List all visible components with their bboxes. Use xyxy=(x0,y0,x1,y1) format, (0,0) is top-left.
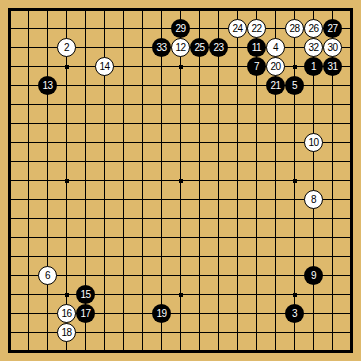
intersection[interactable] xyxy=(247,0,266,19)
intersection[interactable] xyxy=(323,152,342,171)
intersection[interactable] xyxy=(0,38,19,57)
intersection[interactable] xyxy=(190,152,209,171)
intersection[interactable] xyxy=(76,0,95,19)
intersection[interactable] xyxy=(133,304,152,323)
intersection[interactable] xyxy=(38,342,57,361)
intersection[interactable] xyxy=(76,190,95,209)
intersection[interactable] xyxy=(228,342,247,361)
intersection[interactable] xyxy=(133,114,152,133)
intersection[interactable] xyxy=(247,171,266,190)
intersection[interactable] xyxy=(133,76,152,95)
intersection[interactable] xyxy=(133,0,152,19)
intersection[interactable] xyxy=(342,190,361,209)
intersection[interactable] xyxy=(304,323,323,342)
intersection[interactable] xyxy=(266,247,285,266)
intersection[interactable] xyxy=(228,0,247,19)
intersection[interactable] xyxy=(0,228,19,247)
intersection[interactable] xyxy=(76,38,95,57)
intersection[interactable] xyxy=(57,0,76,19)
intersection[interactable] xyxy=(190,247,209,266)
intersection[interactable] xyxy=(190,190,209,209)
intersection[interactable] xyxy=(57,247,76,266)
intersection[interactable] xyxy=(190,209,209,228)
intersection[interactable] xyxy=(57,190,76,209)
intersection[interactable] xyxy=(95,228,114,247)
intersection[interactable] xyxy=(247,323,266,342)
intersection[interactable] xyxy=(171,76,190,95)
intersection[interactable] xyxy=(323,266,342,285)
intersection[interactable] xyxy=(114,247,133,266)
intersection[interactable] xyxy=(0,95,19,114)
intersection[interactable] xyxy=(209,247,228,266)
intersection[interactable] xyxy=(76,133,95,152)
intersection[interactable] xyxy=(285,190,304,209)
intersection[interactable] xyxy=(38,285,57,304)
intersection[interactable] xyxy=(95,209,114,228)
intersection[interactable] xyxy=(190,266,209,285)
intersection[interactable] xyxy=(95,171,114,190)
intersection[interactable] xyxy=(171,228,190,247)
intersection[interactable] xyxy=(95,95,114,114)
intersection[interactable] xyxy=(19,285,38,304)
intersection[interactable] xyxy=(0,133,19,152)
intersection[interactable] xyxy=(152,95,171,114)
intersection[interactable] xyxy=(152,285,171,304)
intersection[interactable] xyxy=(133,190,152,209)
intersection[interactable] xyxy=(171,285,190,304)
intersection[interactable] xyxy=(285,228,304,247)
intersection[interactable] xyxy=(247,152,266,171)
intersection[interactable] xyxy=(266,266,285,285)
intersection[interactable] xyxy=(171,323,190,342)
intersection[interactable] xyxy=(304,247,323,266)
intersection[interactable] xyxy=(0,190,19,209)
intersection[interactable] xyxy=(114,285,133,304)
intersection[interactable] xyxy=(247,228,266,247)
intersection[interactable] xyxy=(266,0,285,19)
intersection[interactable] xyxy=(209,266,228,285)
intersection[interactable] xyxy=(19,38,38,57)
intersection[interactable] xyxy=(171,152,190,171)
intersection[interactable] xyxy=(304,114,323,133)
intersection[interactable] xyxy=(209,171,228,190)
intersection[interactable] xyxy=(95,152,114,171)
intersection[interactable] xyxy=(247,76,266,95)
intersection[interactable] xyxy=(76,228,95,247)
intersection[interactable] xyxy=(323,133,342,152)
intersection[interactable] xyxy=(95,266,114,285)
intersection[interactable] xyxy=(209,114,228,133)
intersection[interactable] xyxy=(323,285,342,304)
intersection[interactable] xyxy=(38,38,57,57)
intersection[interactable] xyxy=(342,323,361,342)
intersection[interactable] xyxy=(247,114,266,133)
intersection[interactable] xyxy=(209,95,228,114)
intersection[interactable] xyxy=(0,114,19,133)
intersection[interactable] xyxy=(209,323,228,342)
intersection[interactable] xyxy=(133,152,152,171)
intersection[interactable] xyxy=(228,228,247,247)
intersection[interactable] xyxy=(76,171,95,190)
intersection[interactable] xyxy=(342,285,361,304)
intersection[interactable] xyxy=(133,95,152,114)
intersection[interactable] xyxy=(247,247,266,266)
intersection[interactable] xyxy=(190,114,209,133)
intersection[interactable] xyxy=(0,209,19,228)
intersection[interactable] xyxy=(114,57,133,76)
intersection[interactable] xyxy=(190,95,209,114)
intersection[interactable] xyxy=(95,304,114,323)
intersection[interactable] xyxy=(171,171,190,190)
intersection[interactable] xyxy=(228,190,247,209)
intersection[interactable] xyxy=(57,114,76,133)
intersection[interactable] xyxy=(342,266,361,285)
intersection[interactable] xyxy=(38,95,57,114)
intersection[interactable] xyxy=(114,95,133,114)
intersection[interactable] xyxy=(0,342,19,361)
intersection[interactable] xyxy=(95,247,114,266)
intersection[interactable] xyxy=(152,171,171,190)
intersection[interactable] xyxy=(323,304,342,323)
intersection[interactable] xyxy=(152,19,171,38)
intersection[interactable] xyxy=(114,342,133,361)
intersection[interactable] xyxy=(228,171,247,190)
intersection[interactable] xyxy=(266,304,285,323)
intersection[interactable] xyxy=(323,95,342,114)
intersection[interactable] xyxy=(57,342,76,361)
intersection[interactable] xyxy=(133,57,152,76)
intersection[interactable] xyxy=(114,114,133,133)
intersection[interactable] xyxy=(171,304,190,323)
intersection[interactable] xyxy=(114,0,133,19)
intersection[interactable] xyxy=(19,304,38,323)
intersection[interactable] xyxy=(228,95,247,114)
intersection[interactable] xyxy=(171,247,190,266)
intersection[interactable] xyxy=(95,0,114,19)
intersection[interactable] xyxy=(323,323,342,342)
intersection[interactable] xyxy=(114,228,133,247)
intersection[interactable] xyxy=(228,304,247,323)
intersection[interactable] xyxy=(152,209,171,228)
intersection[interactable] xyxy=(266,171,285,190)
intersection[interactable] xyxy=(209,57,228,76)
intersection[interactable] xyxy=(285,342,304,361)
intersection[interactable] xyxy=(114,171,133,190)
intersection[interactable] xyxy=(323,247,342,266)
intersection[interactable] xyxy=(76,19,95,38)
intersection[interactable] xyxy=(152,247,171,266)
intersection[interactable] xyxy=(342,114,361,133)
intersection[interactable] xyxy=(38,57,57,76)
intersection[interactable] xyxy=(209,76,228,95)
intersection[interactable] xyxy=(285,266,304,285)
intersection[interactable] xyxy=(171,209,190,228)
intersection[interactable] xyxy=(323,171,342,190)
intersection[interactable] xyxy=(323,228,342,247)
intersection[interactable] xyxy=(266,323,285,342)
intersection[interactable] xyxy=(0,323,19,342)
intersection[interactable] xyxy=(190,133,209,152)
intersection[interactable] xyxy=(38,0,57,19)
intersection[interactable] xyxy=(285,285,304,304)
intersection[interactable] xyxy=(133,285,152,304)
intersection[interactable] xyxy=(19,57,38,76)
intersection[interactable] xyxy=(266,152,285,171)
intersection[interactable] xyxy=(19,133,38,152)
intersection[interactable] xyxy=(38,19,57,38)
intersection[interactable] xyxy=(304,342,323,361)
intersection[interactable] xyxy=(95,285,114,304)
intersection[interactable] xyxy=(342,76,361,95)
intersection[interactable] xyxy=(133,38,152,57)
intersection[interactable] xyxy=(133,19,152,38)
intersection[interactable] xyxy=(152,133,171,152)
intersection[interactable] xyxy=(342,342,361,361)
intersection[interactable] xyxy=(19,266,38,285)
intersection[interactable] xyxy=(323,114,342,133)
intersection[interactable] xyxy=(342,171,361,190)
intersection[interactable] xyxy=(19,190,38,209)
intersection[interactable] xyxy=(38,171,57,190)
intersection[interactable] xyxy=(133,133,152,152)
intersection[interactable] xyxy=(95,19,114,38)
intersection[interactable] xyxy=(228,133,247,152)
intersection[interactable] xyxy=(38,209,57,228)
intersection[interactable] xyxy=(0,247,19,266)
intersection[interactable] xyxy=(38,228,57,247)
intersection[interactable] xyxy=(304,152,323,171)
intersection[interactable] xyxy=(190,19,209,38)
intersection[interactable] xyxy=(209,133,228,152)
intersection[interactable] xyxy=(0,285,19,304)
intersection[interactable] xyxy=(304,0,323,19)
intersection[interactable] xyxy=(38,152,57,171)
intersection[interactable] xyxy=(114,76,133,95)
intersection[interactable] xyxy=(266,190,285,209)
intersection[interactable] xyxy=(152,57,171,76)
intersection[interactable] xyxy=(95,323,114,342)
intersection[interactable] xyxy=(266,133,285,152)
intersection[interactable] xyxy=(95,76,114,95)
intersection[interactable] xyxy=(247,304,266,323)
intersection[interactable] xyxy=(228,152,247,171)
intersection[interactable] xyxy=(0,19,19,38)
intersection[interactable] xyxy=(133,323,152,342)
intersection[interactable] xyxy=(57,95,76,114)
intersection[interactable] xyxy=(95,38,114,57)
intersection[interactable] xyxy=(285,152,304,171)
intersection[interactable] xyxy=(171,95,190,114)
intersection[interactable] xyxy=(285,323,304,342)
intersection[interactable] xyxy=(0,76,19,95)
intersection[interactable] xyxy=(228,57,247,76)
intersection[interactable] xyxy=(19,76,38,95)
intersection[interactable] xyxy=(285,133,304,152)
intersection[interactable] xyxy=(76,342,95,361)
intersection[interactable] xyxy=(285,57,304,76)
intersection[interactable] xyxy=(228,247,247,266)
intersection[interactable] xyxy=(171,57,190,76)
intersection[interactable] xyxy=(76,57,95,76)
intersection[interactable] xyxy=(342,95,361,114)
intersection[interactable] xyxy=(57,209,76,228)
intersection[interactable] xyxy=(19,19,38,38)
intersection[interactable] xyxy=(133,266,152,285)
intersection[interactable] xyxy=(133,228,152,247)
intersection[interactable] xyxy=(247,190,266,209)
intersection[interactable] xyxy=(304,171,323,190)
intersection[interactable] xyxy=(114,19,133,38)
intersection[interactable] xyxy=(38,133,57,152)
intersection[interactable] xyxy=(152,114,171,133)
intersection[interactable] xyxy=(323,76,342,95)
intersection[interactable] xyxy=(133,342,152,361)
intersection[interactable] xyxy=(342,0,361,19)
intersection[interactable] xyxy=(76,247,95,266)
intersection[interactable] xyxy=(152,323,171,342)
intersection[interactable] xyxy=(190,0,209,19)
intersection[interactable] xyxy=(19,247,38,266)
intersection[interactable] xyxy=(304,95,323,114)
intersection[interactable] xyxy=(209,152,228,171)
intersection[interactable] xyxy=(0,0,19,19)
intersection[interactable] xyxy=(247,285,266,304)
intersection[interactable] xyxy=(114,266,133,285)
intersection[interactable] xyxy=(304,228,323,247)
intersection[interactable] xyxy=(152,152,171,171)
intersection[interactable] xyxy=(342,57,361,76)
intersection[interactable] xyxy=(209,228,228,247)
intersection[interactable] xyxy=(190,57,209,76)
intersection[interactable] xyxy=(57,19,76,38)
intersection[interactable] xyxy=(285,95,304,114)
intersection[interactable] xyxy=(0,57,19,76)
intersection[interactable] xyxy=(247,133,266,152)
intersection[interactable] xyxy=(209,19,228,38)
intersection[interactable] xyxy=(19,95,38,114)
intersection[interactable] xyxy=(114,323,133,342)
intersection[interactable] xyxy=(342,133,361,152)
intersection[interactable] xyxy=(171,133,190,152)
intersection[interactable] xyxy=(190,285,209,304)
intersection[interactable] xyxy=(209,342,228,361)
intersection[interactable] xyxy=(19,152,38,171)
intersection[interactable] xyxy=(76,266,95,285)
intersection[interactable] xyxy=(57,152,76,171)
intersection[interactable] xyxy=(171,190,190,209)
intersection[interactable] xyxy=(247,266,266,285)
intersection[interactable] xyxy=(304,304,323,323)
intersection[interactable] xyxy=(57,57,76,76)
intersection[interactable] xyxy=(228,114,247,133)
intersection[interactable] xyxy=(95,190,114,209)
intersection[interactable] xyxy=(0,304,19,323)
intersection[interactable] xyxy=(19,323,38,342)
intersection[interactable] xyxy=(190,76,209,95)
intersection[interactable] xyxy=(342,228,361,247)
intersection[interactable] xyxy=(285,171,304,190)
intersection[interactable] xyxy=(247,95,266,114)
intersection[interactable] xyxy=(190,228,209,247)
intersection[interactable] xyxy=(0,171,19,190)
intersection[interactable] xyxy=(209,304,228,323)
intersection[interactable] xyxy=(228,38,247,57)
intersection[interactable] xyxy=(114,133,133,152)
intersection[interactable] xyxy=(228,285,247,304)
intersection[interactable] xyxy=(304,285,323,304)
intersection[interactable] xyxy=(152,76,171,95)
intersection[interactable] xyxy=(38,304,57,323)
intersection[interactable] xyxy=(228,209,247,228)
intersection[interactable] xyxy=(209,190,228,209)
intersection[interactable] xyxy=(38,247,57,266)
intersection[interactable] xyxy=(209,285,228,304)
intersection[interactable] xyxy=(114,152,133,171)
intersection[interactable] xyxy=(171,0,190,19)
intersection[interactable] xyxy=(114,38,133,57)
intersection[interactable] xyxy=(133,171,152,190)
intersection[interactable] xyxy=(152,190,171,209)
intersection[interactable] xyxy=(247,342,266,361)
intersection[interactable] xyxy=(266,209,285,228)
intersection[interactable] xyxy=(190,323,209,342)
intersection[interactable] xyxy=(266,95,285,114)
intersection[interactable] xyxy=(76,76,95,95)
intersection[interactable] xyxy=(19,209,38,228)
intersection[interactable] xyxy=(342,247,361,266)
intersection[interactable] xyxy=(76,323,95,342)
intersection[interactable] xyxy=(285,38,304,57)
intersection[interactable] xyxy=(266,114,285,133)
intersection[interactable] xyxy=(38,190,57,209)
intersection[interactable] xyxy=(228,323,247,342)
intersection[interactable] xyxy=(95,133,114,152)
intersection[interactable] xyxy=(171,342,190,361)
intersection[interactable] xyxy=(133,209,152,228)
intersection[interactable] xyxy=(190,171,209,190)
intersection[interactable] xyxy=(342,209,361,228)
intersection[interactable] xyxy=(171,266,190,285)
intersection[interactable] xyxy=(38,114,57,133)
intersection[interactable] xyxy=(19,0,38,19)
intersection[interactable] xyxy=(19,171,38,190)
intersection[interactable] xyxy=(114,304,133,323)
intersection[interactable] xyxy=(323,209,342,228)
intersection[interactable] xyxy=(247,209,266,228)
intersection[interactable] xyxy=(133,247,152,266)
intersection[interactable] xyxy=(285,114,304,133)
intersection[interactable] xyxy=(266,19,285,38)
intersection[interactable] xyxy=(38,323,57,342)
intersection[interactable] xyxy=(323,190,342,209)
intersection[interactable] xyxy=(285,247,304,266)
intersection[interactable] xyxy=(190,304,209,323)
intersection[interactable] xyxy=(285,209,304,228)
intersection[interactable] xyxy=(152,0,171,19)
intersection[interactable] xyxy=(76,209,95,228)
intersection[interactable] xyxy=(209,0,228,19)
intersection[interactable] xyxy=(304,76,323,95)
intersection[interactable] xyxy=(57,133,76,152)
intersection[interactable] xyxy=(57,76,76,95)
intersection[interactable] xyxy=(171,114,190,133)
intersection[interactable] xyxy=(228,76,247,95)
intersection[interactable] xyxy=(19,228,38,247)
intersection[interactable] xyxy=(342,19,361,38)
intersection[interactable] xyxy=(266,342,285,361)
intersection[interactable] xyxy=(114,209,133,228)
intersection[interactable] xyxy=(152,228,171,247)
